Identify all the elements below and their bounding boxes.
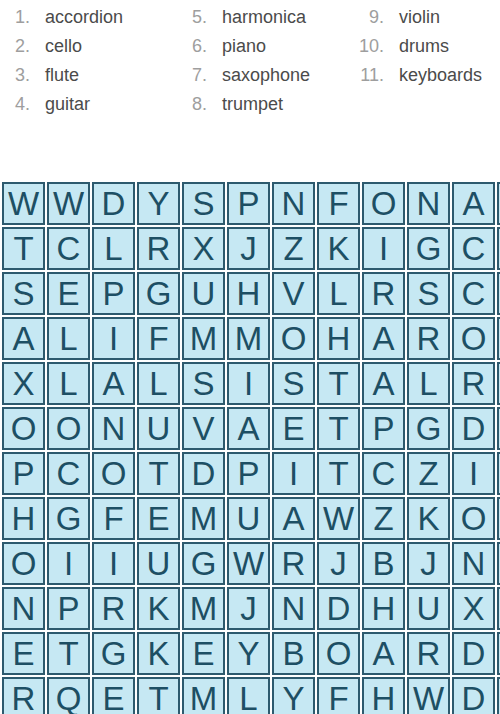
grid-cell-r10c2[interactable]: P bbox=[47, 587, 90, 630]
grid-cell-r6c5[interactable]: V bbox=[182, 407, 225, 450]
word-number: 3. bbox=[4, 61, 30, 90]
grid-cell-r4c6[interactable]: M bbox=[227, 317, 270, 360]
word-list-item: 5. harmonica bbox=[181, 3, 310, 32]
grid-cell-r11c10[interactable]: R bbox=[407, 632, 450, 675]
grid-cell-r1c7[interactable]: N bbox=[272, 182, 315, 225]
grid-cell-r7c9[interactable]: C bbox=[362, 452, 405, 495]
word-list-column-3: 9. violin 10. drums 11. keyboards bbox=[352, 3, 482, 90]
grid-cell-r2c9[interactable]: I bbox=[362, 227, 405, 270]
grid-cell-r4c11[interactable]: O bbox=[452, 317, 495, 360]
word-label: saxophone bbox=[222, 61, 310, 90]
grid-cell-r5c5[interactable]: S bbox=[182, 362, 225, 405]
grid-cell-r5c9[interactable]: A bbox=[362, 362, 405, 405]
grid-cell-r6c10[interactable]: G bbox=[407, 407, 450, 450]
grid-cell-r12c4[interactable]: T bbox=[137, 677, 180, 714]
grid-cell-r7c3[interactable]: O bbox=[92, 452, 135, 495]
grid-cell-r12c3[interactable]: E bbox=[92, 677, 135, 714]
word-label: cello bbox=[45, 32, 82, 61]
grid-cell-r2c11[interactable]: C bbox=[452, 227, 495, 270]
grid-cell-r11c11[interactable]: D bbox=[452, 632, 495, 675]
grid-cell-r5c7[interactable]: S bbox=[272, 362, 315, 405]
grid-cell-r12c6[interactable]: L bbox=[227, 677, 270, 714]
grid-cell-r3c3[interactable]: P bbox=[92, 272, 135, 315]
word-label: accordion bbox=[45, 3, 123, 32]
grid-cell-r4c10[interactable]: R bbox=[407, 317, 450, 360]
grid-cell-r5c8[interactable]: T bbox=[317, 362, 360, 405]
grid-cell-r2c1[interactable]: T bbox=[2, 227, 45, 270]
grid-cell-r4c4[interactable]: F bbox=[137, 317, 180, 360]
grid-cell-r1c11[interactable]: A bbox=[452, 182, 495, 225]
grid-cell-r9c3[interactable]: I bbox=[92, 542, 135, 585]
grid-cell-r6c6[interactable]: A bbox=[227, 407, 270, 450]
word-number: 5. bbox=[181, 3, 207, 32]
grid-cell-r1c9[interactable]: O bbox=[362, 182, 405, 225]
grid-cell-r4c2[interactable]: L bbox=[47, 317, 90, 360]
grid-cell-r12c2[interactable]: Q bbox=[47, 677, 90, 714]
grid-cell-r6c2[interactable]: O bbox=[47, 407, 90, 450]
word-list-column-2: 5. harmonica 6. piano 7. saxophone 8. tr… bbox=[181, 3, 310, 119]
word-list-item: 10. drums bbox=[352, 32, 482, 61]
grid-cell-r2c8[interactable]: K bbox=[317, 227, 360, 270]
grid-cell-r9c2[interactable]: I bbox=[47, 542, 90, 585]
grid-cell-r2c6[interactable]: J bbox=[227, 227, 270, 270]
grid-cell-r2c2[interactable]: C bbox=[47, 227, 90, 270]
grid-cell-r8c3[interactable]: F bbox=[92, 497, 135, 540]
word-label: keyboards bbox=[399, 61, 482, 90]
word-list-item: 3. flute bbox=[4, 61, 123, 90]
grid-cell-r8c10[interactable]: K bbox=[407, 497, 450, 540]
grid-cell-r7c7[interactable]: I bbox=[272, 452, 315, 495]
grid-cell-r10c8[interactable]: D bbox=[317, 587, 360, 630]
word-list-item: 9. violin bbox=[352, 3, 482, 32]
grid-cell-r9c11[interactable]: N bbox=[452, 542, 495, 585]
word-number: 7. bbox=[181, 61, 207, 90]
grid-cell-r11c6[interactable]: Y bbox=[227, 632, 270, 675]
grid-cell-r6c11[interactable]: D bbox=[452, 407, 495, 450]
grid-cell-r3c11[interactable]: C bbox=[452, 272, 495, 315]
word-list-item: 1. accordion bbox=[4, 3, 123, 32]
grid-cell-r2c5[interactable]: X bbox=[182, 227, 225, 270]
grid-cell-r3c4[interactable]: G bbox=[137, 272, 180, 315]
grid-cell-r1c10[interactable]: N bbox=[407, 182, 450, 225]
grid-cell-r1c2[interactable]: W bbox=[47, 182, 90, 225]
grid-cell-r12c9[interactable]: H bbox=[362, 677, 405, 714]
grid-cell-r10c11[interactable]: X bbox=[452, 587, 495, 630]
grid-cell-r10c9[interactable]: H bbox=[362, 587, 405, 630]
grid-cell-r7c5[interactable]: D bbox=[182, 452, 225, 495]
grid-cell-r6c7[interactable]: E bbox=[272, 407, 315, 450]
grid-cell-r7c4[interactable]: T bbox=[137, 452, 180, 495]
grid-cell-r9c7[interactable]: R bbox=[272, 542, 315, 585]
word-list-item: 7. saxophone bbox=[181, 61, 310, 90]
grid-cell-r8c5[interactable]: M bbox=[182, 497, 225, 540]
grid-cell-r2c3[interactable]: L bbox=[92, 227, 135, 270]
word-number: 2. bbox=[4, 32, 30, 61]
grid-cell-r9c4[interactable]: U bbox=[137, 542, 180, 585]
word-list-item: 8. trumpet bbox=[181, 90, 310, 119]
grid-cell-r12c11[interactable]: D bbox=[452, 677, 495, 714]
grid-cell-r7c11[interactable]: I bbox=[452, 452, 495, 495]
word-number: 8. bbox=[181, 90, 207, 119]
grid-cell-r5c4[interactable]: L bbox=[137, 362, 180, 405]
grid-cell-r8c2[interactable]: G bbox=[47, 497, 90, 540]
grid-cell-r5c2[interactable]: L bbox=[47, 362, 90, 405]
grid-cell-r12c1[interactable]: R bbox=[2, 677, 45, 714]
grid-cell-r11c1[interactable]: E bbox=[2, 632, 45, 675]
grid-cell-r1c3[interactable]: D bbox=[92, 182, 135, 225]
word-label: violin bbox=[399, 3, 440, 32]
word-number: 9. bbox=[352, 3, 384, 32]
grid-cell-r4c5[interactable]: M bbox=[182, 317, 225, 360]
grid-cell-r12c7[interactable]: Y bbox=[272, 677, 315, 714]
grid-cell-r10c5[interactable]: M bbox=[182, 587, 225, 630]
grid-cell-r6c1[interactable]: O bbox=[2, 407, 45, 450]
grid-cell-r10c3[interactable]: R bbox=[92, 587, 135, 630]
word-list-item: 2. cello bbox=[4, 32, 123, 61]
grid-cell-r8c7[interactable]: A bbox=[272, 497, 315, 540]
grid-cell-r5c1[interactable]: X bbox=[2, 362, 45, 405]
grid-cell-r11c3[interactable]: G bbox=[92, 632, 135, 675]
grid-cell-r3c8[interactable]: L bbox=[317, 272, 360, 315]
grid-cell-r8c1[interactable]: H bbox=[2, 497, 45, 540]
grid-cell-r4c3[interactable]: I bbox=[92, 317, 135, 360]
word-label: drums bbox=[399, 32, 449, 61]
word-list-column-1: 1. accordion 2. cello 3. flute 4. guitar bbox=[4, 3, 123, 119]
grid-cell-r1c8[interactable]: F bbox=[317, 182, 360, 225]
grid-cell-r5c6[interactable]: I bbox=[227, 362, 270, 405]
grid-cell-r9c1[interactable]: O bbox=[2, 542, 45, 585]
grid-cell-r6c3[interactable]: N bbox=[92, 407, 135, 450]
grid-cell-r11c2[interactable]: T bbox=[47, 632, 90, 675]
grid-cell-r2c7[interactable]: Z bbox=[272, 227, 315, 270]
grid-cell-r5c11[interactable]: R bbox=[452, 362, 495, 405]
grid-cell-r9c5[interactable]: G bbox=[182, 542, 225, 585]
word-label: trumpet bbox=[222, 90, 283, 119]
word-number: 1. bbox=[4, 3, 30, 32]
word-list-item: 4. guitar bbox=[4, 90, 123, 119]
grid-cell-r10c6[interactable]: J bbox=[227, 587, 270, 630]
grid-cell-r12c5[interactable]: M bbox=[182, 677, 225, 714]
grid-cell-r4c1[interactable]: A bbox=[2, 317, 45, 360]
grid-cell-r6c9[interactable]: P bbox=[362, 407, 405, 450]
grid-cell-r8c6[interactable]: U bbox=[227, 497, 270, 540]
grid-cell-r4c8[interactable]: H bbox=[317, 317, 360, 360]
grid-cell-r1c5[interactable]: S bbox=[182, 182, 225, 225]
grid-cell-r7c8[interactable]: T bbox=[317, 452, 360, 495]
grid-cell-r11c8[interactable]: O bbox=[317, 632, 360, 675]
word-label: piano bbox=[222, 32, 266, 61]
grid-cell-r1c6[interactable]: P bbox=[227, 182, 270, 225]
grid-cell-r7c2[interactable]: C bbox=[47, 452, 90, 495]
grid-cell-r9c8[interactable]: J bbox=[317, 542, 360, 585]
grid-cell-r6c4[interactable]: U bbox=[137, 407, 180, 450]
grid-cell-r1c4[interactable]: Y bbox=[137, 182, 180, 225]
grid-cell-r9c10[interactable]: J bbox=[407, 542, 450, 585]
grid-cell-r5c10[interactable]: L bbox=[407, 362, 450, 405]
grid-cell-r2c4[interactable]: R bbox=[137, 227, 180, 270]
word-list-item: 11. keyboards bbox=[352, 61, 482, 90]
grid-cell-r8c11[interactable]: O bbox=[452, 497, 495, 540]
grid-cell-r3c2[interactable]: E bbox=[47, 272, 90, 315]
grid-cell-r10c1[interactable]: N bbox=[2, 587, 45, 630]
grid-cell-r11c5[interactable]: E bbox=[182, 632, 225, 675]
grid-cell-r9c6[interactable]: W bbox=[227, 542, 270, 585]
grid-cell-r7c10[interactable]: Z bbox=[407, 452, 450, 495]
word-number: 6. bbox=[181, 32, 207, 61]
word-list: 1. accordion 2. cello 3. flute 4. guitar… bbox=[0, 3, 500, 123]
grid-cell-r10c4[interactable]: K bbox=[137, 587, 180, 630]
word-number: 4. bbox=[4, 90, 30, 119]
word-search-grid: WWDYSPNFONATCLRXJZKIGCSEPGUHVLRSCALIFMMO… bbox=[2, 182, 500, 714]
grid-cell-r10c10[interactable]: U bbox=[407, 587, 450, 630]
word-number: 10. bbox=[352, 32, 384, 61]
grid-cell-r10c7[interactable]: N bbox=[272, 587, 315, 630]
grid-cell-r12c8[interactable]: F bbox=[317, 677, 360, 714]
word-number: 11. bbox=[352, 61, 384, 90]
grid-cell-r4c9[interactable]: A bbox=[362, 317, 405, 360]
grid-cell-r3c10[interactable]: S bbox=[407, 272, 450, 315]
grid-cell-r7c6[interactable]: P bbox=[227, 452, 270, 495]
word-label: flute bbox=[45, 61, 79, 90]
word-label: harmonica bbox=[222, 3, 306, 32]
grid-cell-r8c9[interactable]: Z bbox=[362, 497, 405, 540]
grid-cell-r1c1[interactable]: W bbox=[2, 182, 45, 225]
grid-cell-r8c4[interactable]: E bbox=[137, 497, 180, 540]
grid-cell-r5c3[interactable]: A bbox=[92, 362, 135, 405]
grid-cell-r4c7[interactable]: O bbox=[272, 317, 315, 360]
grid-cell-r11c4[interactable]: K bbox=[137, 632, 180, 675]
grid-cell-r6c8[interactable]: T bbox=[317, 407, 360, 450]
grid-cell-r3c7[interactable]: V bbox=[272, 272, 315, 315]
word-list-item: 6. piano bbox=[181, 32, 310, 61]
grid-cell-r3c9[interactable]: R bbox=[362, 272, 405, 315]
grid-cell-r3c6[interactable]: H bbox=[227, 272, 270, 315]
grid-cell-r9c9[interactable]: B bbox=[362, 542, 405, 585]
word-label: guitar bbox=[45, 90, 90, 119]
grid-cell-r7c1[interactable]: P bbox=[2, 452, 45, 495]
grid-cell-r8c8[interactable]: W bbox=[317, 497, 360, 540]
grid-cell-r3c1[interactable]: S bbox=[2, 272, 45, 315]
grid-cell-r12c10[interactable]: W bbox=[407, 677, 450, 714]
grid-cell-r3c5[interactable]: U bbox=[182, 272, 225, 315]
grid-cell-r2c10[interactable]: G bbox=[407, 227, 450, 270]
grid-cell-r11c7[interactable]: B bbox=[272, 632, 315, 675]
grid-cell-r11c9[interactable]: A bbox=[362, 632, 405, 675]
